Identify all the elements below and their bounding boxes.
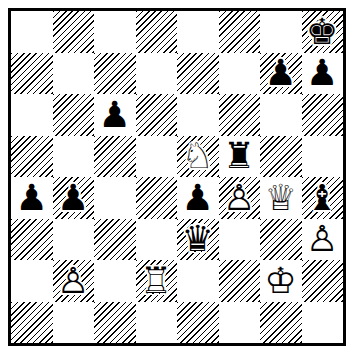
diagram-page: ♚♟♟♟♞♘♜♟♟♟♟♙♛♕♝♛♟♙♟♙♜♖♚♔ <box>0 0 350 350</box>
square-b1[interactable] <box>53 302 95 344</box>
square-c3[interactable] <box>94 219 136 261</box>
square-g7[interactable]: ♟ <box>260 53 302 95</box>
square-c7[interactable] <box>94 53 136 95</box>
square-a2[interactable] <box>11 260 53 302</box>
square-a8[interactable] <box>11 11 53 53</box>
square-c1[interactable] <box>94 302 136 344</box>
square-d8[interactable] <box>136 11 178 53</box>
square-e6[interactable] <box>177 94 219 136</box>
square-e7[interactable] <box>177 53 219 95</box>
piece-black-pawn[interactable]: ♟ <box>16 180 48 216</box>
piece-white-rook[interactable]: ♖ <box>140 263 172 299</box>
piece-black-bishop[interactable]: ♝ <box>306 180 338 216</box>
square-b4[interactable]: ♟ <box>53 177 95 219</box>
square-d6[interactable] <box>136 94 178 136</box>
square-b6[interactable] <box>53 94 95 136</box>
square-e2[interactable] <box>177 260 219 302</box>
piece-white-queen[interactable]: ♕ <box>265 180 297 216</box>
piece-black-pawn[interactable]: ♟ <box>306 55 338 91</box>
square-f8[interactable] <box>219 11 261 53</box>
square-b7[interactable] <box>53 53 95 95</box>
square-g3[interactable] <box>260 219 302 261</box>
square-e5[interactable]: ♞♘ <box>177 136 219 178</box>
square-a7[interactable] <box>11 53 53 95</box>
square-d3[interactable] <box>136 219 178 261</box>
piece-white-pawn[interactable]: ♙ <box>306 221 338 257</box>
square-b3[interactable] <box>53 219 95 261</box>
square-d1[interactable] <box>136 302 178 344</box>
piece-black-rook[interactable]: ♜ <box>223 138 255 174</box>
chess-board: ♚♟♟♟♞♘♜♟♟♟♟♙♛♕♝♛♟♙♟♙♜♖♚♔ <box>8 8 346 346</box>
square-d4[interactable] <box>136 177 178 219</box>
square-a6[interactable] <box>11 94 53 136</box>
square-h7[interactable]: ♟ <box>302 53 344 95</box>
square-c6[interactable]: ♟ <box>94 94 136 136</box>
square-d7[interactable] <box>136 53 178 95</box>
piece-white-king[interactable]: ♔ <box>265 263 297 299</box>
piece-black-pawn[interactable]: ♟ <box>182 180 214 216</box>
square-e1[interactable] <box>177 302 219 344</box>
square-h6[interactable] <box>302 94 344 136</box>
square-d5[interactable] <box>136 136 178 178</box>
piece-white-pawn[interactable]: ♙ <box>57 263 89 299</box>
piece-white-pawn[interactable]: ♙ <box>223 180 255 216</box>
square-h3[interactable]: ♟♙ <box>302 219 344 261</box>
square-f7[interactable] <box>219 53 261 95</box>
square-f6[interactable] <box>219 94 261 136</box>
square-h5[interactable] <box>302 136 344 178</box>
square-g8[interactable] <box>260 11 302 53</box>
square-e3[interactable]: ♛ <box>177 219 219 261</box>
piece-black-queen[interactable]: ♛ <box>182 221 214 257</box>
square-d2[interactable]: ♜♖ <box>136 260 178 302</box>
piece-black-pawn[interactable]: ♟ <box>57 180 89 216</box>
piece-black-pawn[interactable]: ♟ <box>265 55 297 91</box>
square-b8[interactable] <box>53 11 95 53</box>
square-c8[interactable] <box>94 11 136 53</box>
square-b2[interactable]: ♟♙ <box>53 260 95 302</box>
square-h8[interactable]: ♚ <box>302 11 344 53</box>
square-c2[interactable] <box>94 260 136 302</box>
square-g5[interactable] <box>260 136 302 178</box>
square-e8[interactable] <box>177 11 219 53</box>
piece-black-pawn[interactable]: ♟ <box>99 97 131 133</box>
piece-white-knight[interactable]: ♘ <box>182 138 214 174</box>
square-e4[interactable]: ♟ <box>177 177 219 219</box>
square-h2[interactable] <box>302 260 344 302</box>
square-c4[interactable] <box>94 177 136 219</box>
square-g2[interactable]: ♚♔ <box>260 260 302 302</box>
square-f5[interactable]: ♜ <box>219 136 261 178</box>
square-f3[interactable] <box>219 219 261 261</box>
square-h4[interactable]: ♝ <box>302 177 344 219</box>
square-a4[interactable]: ♟ <box>11 177 53 219</box>
square-a1[interactable] <box>11 302 53 344</box>
square-c5[interactable] <box>94 136 136 178</box>
square-g1[interactable] <box>260 302 302 344</box>
square-h1[interactable] <box>302 302 344 344</box>
square-f2[interactable] <box>219 260 261 302</box>
square-b5[interactable] <box>53 136 95 178</box>
piece-black-king[interactable]: ♚ <box>306 14 338 50</box>
square-f4[interactable]: ♟♙ <box>219 177 261 219</box>
square-a5[interactable] <box>11 136 53 178</box>
square-a3[interactable] <box>11 219 53 261</box>
square-g6[interactable] <box>260 94 302 136</box>
square-g4[interactable]: ♛♕ <box>260 177 302 219</box>
square-f1[interactable] <box>219 302 261 344</box>
